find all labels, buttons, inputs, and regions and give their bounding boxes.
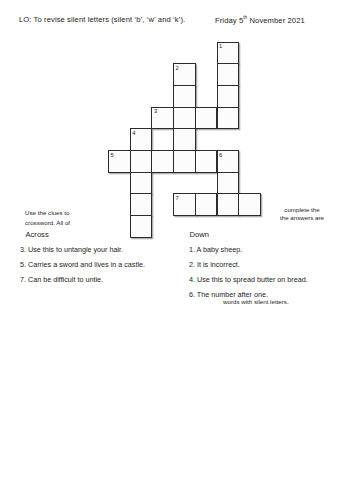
across-clue-7: 7. Can be difficult to untie. [20,272,145,287]
clue-number-4: 4 [132,130,135,136]
down-clue-1: 1. A baby sheep. [189,242,308,257]
clue-number-5: 5 [111,152,114,158]
grid-cell-r3c4[interactable] [173,85,196,108]
grid-cell-r4c6[interactable] [217,107,240,130]
clue-number-3: 3 [154,108,157,114]
grid-cell-r5c4[interactable] [173,128,196,151]
grid-cell-r4c4[interactable] [173,107,196,130]
grid-cell-r6c1[interactable]: 5 [108,150,131,173]
grid-cell-r7c2[interactable] [130,172,153,195]
caption-right-line1: complete the [278,206,326,215]
caption-right-line2: the answers are [278,214,326,223]
across-clue-3: 3. Use this to untangle your hair. [20,242,145,257]
clue-number-7: 7 [176,195,179,201]
down-heading: Down [190,230,209,239]
grid-cell-r6c4[interactable] [173,150,196,173]
down-clue-list: 1. A baby sheep. 2. It is incorrect. 4. … [189,242,308,302]
grid-cell-r8c4[interactable]: 7 [173,193,196,216]
grid-cell-r6c2[interactable] [130,150,153,173]
clue-number-6: 6 [219,152,222,158]
down-clue-2: 2. It is incorrect. [189,257,308,272]
clue-number-2: 2 [176,65,179,71]
grid-cell-r8c2[interactable] [130,193,153,216]
date-day: Friday 5 [215,16,243,25]
learning-objective: LO: To revise silent letters (silent ‘b’… [19,15,185,24]
grid-cell-r5c2[interactable]: 4 [130,128,153,151]
worksheet-page: LO: To revise silent letters (silent ‘b’… [0,0,353,500]
across-clue-list: 3. Use this to untangle your hair. 5. Ca… [20,242,145,287]
caption-right: complete the the answers are [278,206,326,223]
clue-number-1: 1 [219,43,222,49]
grid-cell-r8c6[interactable] [217,193,240,216]
grid-cell-r1c6[interactable]: 1 [217,42,240,65]
grid-cell-r6c6[interactable]: 6 [217,150,240,173]
grid-cell-r2c6[interactable] [217,63,240,86]
grid-cell-r3c6[interactable] [217,85,240,108]
grid-cell-r8c5[interactable] [195,193,218,216]
date: Friday 5th November 2021 [215,15,305,25]
grid-cell-r9c2[interactable] [130,215,153,238]
grid-cell-r2c4[interactable]: 2 [173,63,196,86]
caption-left: Use the clues to crossword. All of [25,208,70,227]
grid-cell-r6c5[interactable] [195,150,218,173]
crossword-grid: 1234567 [108,42,261,238]
grid-cell-r6c3[interactable] [151,150,174,173]
grid-cell-r8c7[interactable] [238,193,261,216]
caption-left-line1: Use the clues to [25,208,70,218]
caption-left-line2: crossword. All of [25,218,70,228]
across-heading: Across [26,230,49,239]
grid-cell-r7c6[interactable] [217,172,240,195]
grid-cell-r4c5[interactable] [195,107,218,130]
down-clue-6: 6. The number after one. [189,287,308,302]
down-clue-4: 4. Use this to spread butter on bread. [189,272,308,287]
grid-cell-r4c3[interactable]: 3 [151,107,174,130]
across-clue-5: 5. Carries a sword and lives in a castle… [20,257,145,272]
date-month-year: November 2021 [247,16,305,25]
